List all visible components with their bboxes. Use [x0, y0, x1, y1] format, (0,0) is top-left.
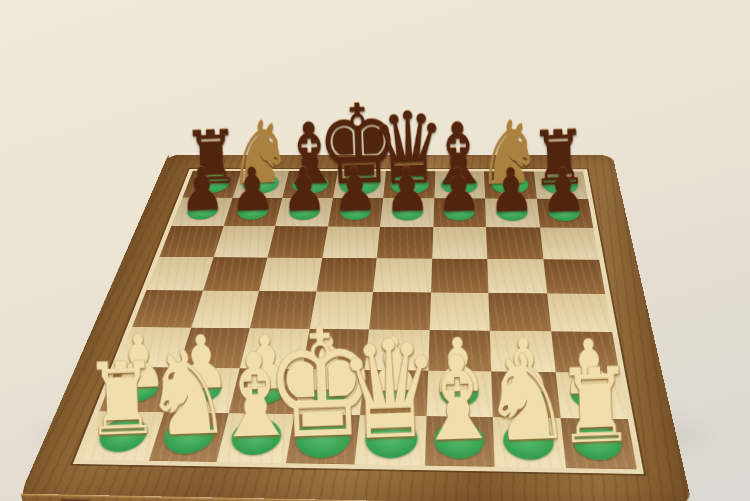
- square-e5[interactable]: [316, 258, 377, 292]
- square-f8[interactable]: [282, 171, 337, 198]
- perspective-wrapper: ♜♞♝♚♛♝♞♜♟♟♟♟♟♟♟♟♟♟♟♟♟♟♟♟♜♞♝♚♛♝♞♜: [0, 0, 750, 501]
- square-b8[interactable]: [484, 171, 536, 198]
- square-g8[interactable]: [232, 171, 289, 198]
- square-c8[interactable]: [434, 171, 485, 198]
- square-b7[interactable]: [485, 198, 540, 227]
- square-b6[interactable]: [486, 227, 543, 259]
- square-e6[interactable]: [322, 227, 380, 258]
- square-h8[interactable]: [183, 171, 241, 198]
- square-d6[interactable]: [377, 227, 433, 259]
- square-c5[interactable]: [431, 258, 489, 293]
- square-a7[interactable]: [536, 198, 593, 227]
- square-e8[interactable]: [333, 171, 386, 198]
- square-a6[interactable]: [540, 227, 599, 259]
- square-g6[interactable]: [213, 226, 275, 257]
- square-c6[interactable]: [432, 227, 487, 259]
- square-f7[interactable]: [275, 198, 332, 227]
- square-a8[interactable]: [533, 172, 588, 199]
- board-frame: ♜♞♝♚♛♝♞♜♟♟♟♟♟♟♟♟♟♟♟♟♟♟♟♟♜♞♝♚♛♝♞♜: [21, 155, 693, 501]
- square-g5[interactable]: [203, 257, 268, 291]
- square-c7[interactable]: [433, 198, 486, 227]
- square-d5[interactable]: [373, 258, 432, 292]
- chess-set-photo: ♜♞♝♚♛♝♞♜♟♟♟♟♟♟♟♟♟♟♟♟♟♟♟♟♜♞♝♚♛♝♞♜: [0, 0, 750, 501]
- chess-board: ♜♞♝♚♛♝♞♜♟♟♟♟♟♟♟♟♟♟♟♟♟♟♟♟♜♞♝♚♛♝♞♜: [21, 155, 693, 501]
- square-e7[interactable]: [327, 198, 383, 227]
- square-d7[interactable]: [380, 198, 434, 227]
- square-f6[interactable]: [267, 226, 327, 257]
- square-d8[interactable]: [383, 171, 435, 198]
- square-f5[interactable]: [259, 257, 322, 291]
- square-g7[interactable]: [223, 197, 282, 226]
- square-h7[interactable]: [172, 197, 233, 226]
